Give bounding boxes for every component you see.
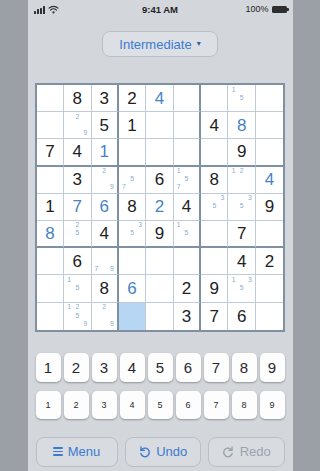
user-digit: 6 [99, 198, 108, 215]
given-digit: 8 [73, 90, 82, 107]
cell-r9c7[interactable]: 7 [201, 303, 228, 330]
cell-r5c5[interactable]: 2 [146, 194, 173, 221]
status-bar: 9:41 AM 100% [28, 0, 293, 18]
redo-button[interactable]: Redo [208, 437, 285, 467]
cell-r5c1[interactable]: 1 [37, 194, 64, 221]
cell-r2c8[interactable]: 8 [228, 112, 255, 139]
cell-r5c9[interactable]: 9 [256, 194, 283, 221]
user-digit: 8 [45, 225, 54, 242]
cell-r2c3[interactable]: 5 [92, 112, 119, 139]
digit-button-3[interactable]: 3 [92, 353, 117, 382]
cellular-signal-icon [34, 6, 45, 14]
cell-r6c5[interactable]: 9 [146, 221, 173, 248]
cell-r8c7[interactable]: 9 [201, 275, 228, 302]
user-digit: 1 [99, 143, 108, 160]
given-digit: 8 [210, 171, 219, 188]
cell-r5c7[interactable]: 35 [201, 194, 228, 221]
given-digit: 4 [99, 225, 108, 242]
undo-icon [138, 445, 151, 458]
cell-r5c3[interactable]: 6 [92, 194, 119, 221]
cell-r9c5[interactable] [146, 303, 173, 330]
given-digit: 8 [127, 198, 136, 215]
wifi-icon [48, 5, 59, 14]
cell-r8c3[interactable]: 8 [92, 275, 119, 302]
cell-r1c8[interactable]: 15 [228, 85, 255, 112]
cell-r7c9[interactable]: 2 [256, 248, 283, 275]
given-digit: 4 [237, 253, 246, 270]
given-digit: 2 [265, 253, 274, 270]
cell-r9c1[interactable] [37, 303, 64, 330]
bottom-toolbar: Menu Undo Redo [28, 437, 293, 467]
cell-r7c8[interactable]: 4 [228, 248, 255, 275]
pencil-notes: 29 [93, 304, 116, 329]
pencil-notes: 25 [65, 222, 89, 245]
cell-r6c2[interactable]: 25 [64, 221, 91, 248]
pencil-notes: 135 [229, 276, 253, 300]
given-digit: 9 [155, 225, 164, 242]
pencil-notes: 57 [120, 168, 144, 192]
number-pad-large: 123456789 [28, 353, 293, 382]
cell-r4c6[interactable]: 157 [174, 167, 201, 194]
pencil-notes: 157 [175, 168, 198, 192]
difficulty-label: Intermediate [119, 37, 191, 52]
cell-r6c7[interactable] [201, 221, 228, 248]
cell-r8c8[interactable]: 135 [228, 275, 255, 302]
cell-r4c2[interactable]: 3 [64, 167, 91, 194]
digit-button-6[interactable]: 6 [176, 353, 201, 382]
cell-r9c6[interactable]: 3 [174, 303, 201, 330]
cell-r1c6[interactable] [174, 85, 201, 112]
user-digit: 8 [237, 117, 246, 134]
note-button-1[interactable]: 1 [36, 391, 61, 419]
pencil-notes: 12 [229, 168, 253, 192]
cell-r4c1[interactable] [37, 167, 64, 194]
sudoku-app: 9:41 AM 100% Intermediate ▾ 832415295148… [28, 0, 293, 471]
cell-r7c5[interactable] [146, 248, 173, 275]
cell-r7c3[interactable]: 79 [92, 248, 119, 275]
given-digit: 6 [73, 253, 82, 270]
cell-r4c9[interactable]: 4 [256, 167, 283, 194]
note-button-7[interactable]: 7 [204, 391, 229, 419]
note-button-8[interactable]: 8 [232, 391, 257, 419]
cell-r5c4[interactable]: 8 [119, 194, 146, 221]
cell-r2c4[interactable]: 1 [119, 112, 146, 139]
cell-r4c4[interactable]: 57 [119, 167, 146, 194]
status-time: 9:41 AM [108, 4, 213, 15]
cell-r6c4[interactable]: 35 [119, 221, 146, 248]
digit-button-2[interactable]: 2 [64, 353, 89, 382]
cell-r1c9[interactable] [256, 85, 283, 112]
digit-button-8[interactable]: 8 [232, 353, 257, 382]
pencil-notes: 35 [229, 195, 253, 219]
cell-r1c2[interactable]: 8 [64, 85, 91, 112]
cell-r6c3[interactable]: 4 [92, 221, 119, 248]
cell-r1c1[interactable] [37, 85, 64, 112]
cell-r3c2[interactable]: 4 [64, 139, 91, 166]
cell-r7c1[interactable] [37, 248, 64, 275]
note-button-9[interactable]: 9 [260, 391, 285, 419]
pencil-notes: 1259 [65, 304, 89, 329]
given-digit: 8 [99, 280, 108, 297]
given-digit: 4 [210, 117, 219, 134]
cell-r3c4[interactable] [119, 139, 146, 166]
given-digit: 9 [265, 198, 274, 215]
given-digit: 3 [99, 90, 108, 107]
cell-r7c7[interactable] [201, 248, 228, 275]
cell-r4c3[interactable]: 29 [92, 167, 119, 194]
redo-icon [222, 445, 235, 458]
digit-button-9[interactable]: 9 [260, 353, 285, 382]
cell-r3c9[interactable] [256, 139, 283, 166]
cell-r2c1[interactable] [37, 112, 64, 139]
cell-r4c7[interactable]: 8 [201, 167, 228, 194]
given-digit: 7 [45, 143, 54, 160]
user-digit: 4 [155, 90, 164, 107]
user-digit: 6 [127, 280, 136, 297]
given-digit: 9 [237, 143, 246, 160]
sudoku-board: 8324152951487419329576157812417682435359… [35, 83, 286, 332]
note-button-3[interactable]: 3 [92, 391, 117, 419]
given-digit: 1 [127, 117, 136, 134]
cell-r6c6[interactable]: 15 [174, 221, 201, 248]
note-button-5[interactable]: 5 [148, 391, 173, 419]
digit-button-7[interactable]: 7 [204, 353, 229, 382]
cell-r6c9[interactable] [256, 221, 283, 248]
given-digit: 9 [210, 280, 219, 297]
number-pad-notes: 123456789 [28, 391, 293, 419]
menu-label: Menu [68, 444, 101, 459]
cell-r1c5[interactable]: 4 [146, 85, 173, 112]
cell-r2c2[interactable]: 29 [64, 112, 91, 139]
given-digit: 3 [73, 171, 82, 188]
given-digit: 4 [182, 198, 191, 215]
cell-r7c2[interactable]: 6 [64, 248, 91, 275]
given-digit: 2 [127, 90, 136, 107]
pencil-notes: 79 [93, 249, 116, 273]
undo-label: Undo [156, 444, 187, 459]
redo-label: Redo [240, 444, 271, 459]
cell-r9c3[interactable]: 29 [92, 303, 119, 330]
pencil-notes: 29 [65, 113, 89, 137]
digit-button-4[interactable]: 4 [120, 353, 145, 382]
cell-r2c9[interactable] [256, 112, 283, 139]
cell-r3c7[interactable] [201, 139, 228, 166]
difficulty-dropdown[interactable]: Intermediate ▾ [102, 31, 217, 57]
cell-r5c8[interactable]: 35 [228, 194, 255, 221]
user-digit: 4 [265, 171, 274, 188]
given-digit: 5 [99, 117, 108, 134]
cell-r8c6[interactable]: 2 [174, 275, 201, 302]
cell-r9c4[interactable] [119, 303, 146, 330]
pencil-notes: 15 [229, 86, 253, 110]
cell-r7c6[interactable] [174, 248, 201, 275]
cell-r2c6[interactable] [174, 112, 201, 139]
note-button-2[interactable]: 2 [64, 391, 89, 419]
cell-r9c9[interactable] [256, 303, 283, 330]
cell-r9c8[interactable]: 6 [228, 303, 255, 330]
cell-r1c7[interactable] [201, 85, 228, 112]
cell-r8c1[interactable] [37, 275, 64, 302]
cell-r5c6[interactable]: 4 [174, 194, 201, 221]
cell-r6c1[interactable]: 8 [37, 221, 64, 248]
pencil-notes: 35 [120, 222, 144, 245]
cell-r9c2[interactable]: 1259 [64, 303, 91, 330]
given-digit: 7 [210, 308, 219, 325]
cell-r3c3[interactable]: 1 [92, 139, 119, 166]
hamburger-icon [53, 447, 63, 456]
given-digit: 4 [73, 143, 82, 160]
given-digit: 7 [237, 225, 246, 242]
cell-r7c4[interactable] [119, 248, 146, 275]
pencil-notes: 35 [202, 195, 226, 219]
given-digit: 3 [182, 308, 191, 325]
cell-r6c8[interactable]: 7 [228, 221, 255, 248]
battery-percent: 100% [245, 4, 268, 14]
chevron-down-icon: ▾ [197, 40, 201, 48]
user-digit: 7 [73, 198, 82, 215]
cell-r4c5[interactable]: 6 [146, 167, 173, 194]
undo-button[interactable]: Undo [125, 437, 202, 467]
cell-r2c5[interactable] [146, 112, 173, 139]
cell-r2c7[interactable]: 4 [201, 112, 228, 139]
note-button-6[interactable]: 6 [176, 391, 201, 419]
cell-r1c3[interactable]: 3 [92, 85, 119, 112]
cell-r3c6[interactable] [174, 139, 201, 166]
cell-r8c9[interactable] [256, 275, 283, 302]
digit-button-1[interactable]: 1 [36, 353, 61, 382]
cell-r5c2[interactable]: 7 [64, 194, 91, 221]
given-digit: 2 [182, 280, 191, 297]
cell-r8c4[interactable]: 6 [119, 275, 146, 302]
pencil-notes: 15 [65, 276, 89, 300]
note-button-4[interactable]: 4 [120, 391, 145, 419]
cell-r4c8[interactable]: 12 [228, 167, 255, 194]
pencil-notes: 15 [175, 222, 198, 245]
user-digit: 2 [155, 198, 164, 215]
cell-r8c2[interactable]: 15 [64, 275, 91, 302]
battery-icon [272, 6, 287, 13]
menu-button[interactable]: Menu [36, 437, 118, 467]
cell-r3c1[interactable]: 7 [37, 139, 64, 166]
given-digit: 1 [45, 198, 54, 215]
given-digit: 6 [237, 308, 246, 325]
digit-button-5[interactable]: 5 [148, 353, 173, 382]
cell-r3c5[interactable] [146, 139, 173, 166]
given-digit: 6 [155, 171, 164, 188]
cell-r3c8[interactable]: 9 [228, 139, 255, 166]
cell-r8c5[interactable] [146, 275, 173, 302]
cell-r1c4[interactable]: 2 [119, 85, 146, 112]
pencil-notes: 29 [93, 168, 116, 192]
